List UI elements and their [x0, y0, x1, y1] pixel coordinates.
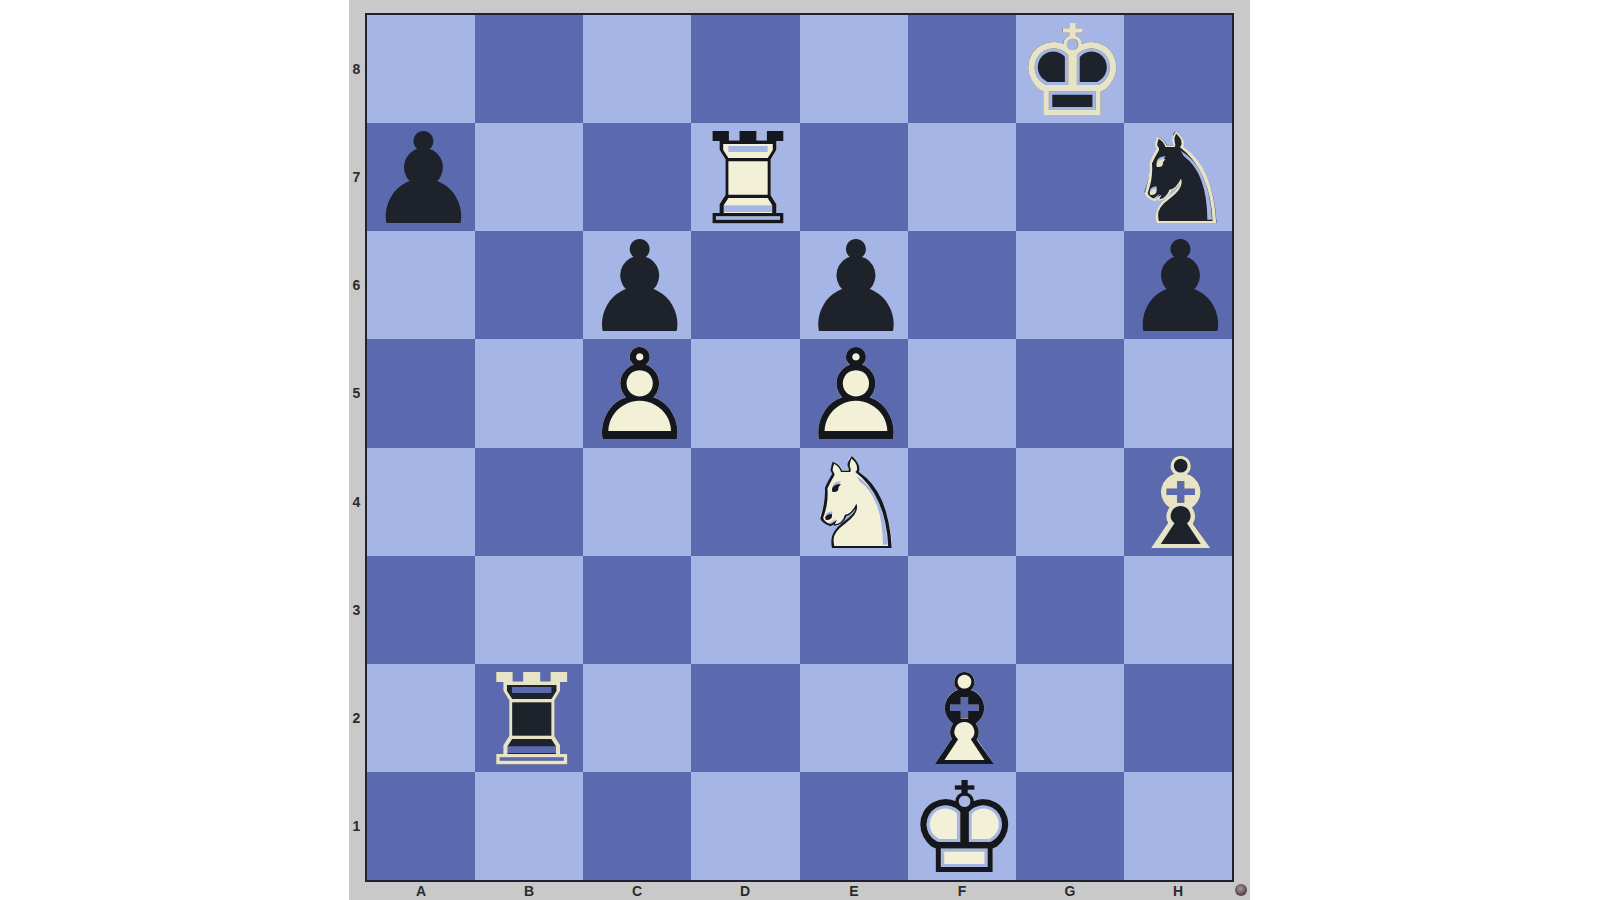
square-c3[interactable] [583, 556, 691, 664]
square-f4[interactable] [908, 448, 1016, 556]
square-g7[interactable] [1016, 123, 1124, 231]
white-king[interactable]: ♚♔ [908, 772, 1016, 880]
square-d3[interactable] [691, 556, 799, 664]
square-f6[interactable] [908, 231, 1016, 339]
square-b5[interactable] [475, 339, 583, 447]
black-pawn[interactable]: ♟ [367, 123, 475, 231]
square-h4[interactable]: ♝♗ [1124, 448, 1232, 556]
square-g1[interactable] [1016, 772, 1124, 880]
square-a5[interactable] [367, 339, 475, 447]
square-g3[interactable] [1016, 556, 1124, 664]
square-a2[interactable] [367, 664, 475, 772]
black-pawn-glyph: ♟ [367, 126, 475, 234]
square-e3[interactable] [800, 556, 908, 664]
square-g4[interactable] [1016, 448, 1124, 556]
square-a7[interactable]: ♟ [367, 123, 475, 231]
square-c5[interactable]: ♟♙ [583, 339, 691, 447]
white-pawn[interactable]: ♟♙ [583, 339, 691, 447]
rank-label-6: 6 [348, 277, 365, 293]
square-d6[interactable] [691, 231, 799, 339]
white-knight-outline: ♘ [800, 451, 908, 559]
rank-label-4: 4 [348, 494, 365, 510]
file-label-a: A [409, 883, 433, 899]
square-g8[interactable]: ♚♔ [1016, 15, 1124, 123]
black-rook[interactable]: ♜♖ [475, 664, 583, 772]
black-pawn-glyph: ♟ [1124, 234, 1232, 342]
square-g6[interactable] [1016, 231, 1124, 339]
square-g2[interactable] [1016, 664, 1124, 772]
file-label-d: D [733, 883, 757, 899]
square-g5[interactable] [1016, 339, 1124, 447]
white-rook[interactable]: ♜♖ [691, 123, 799, 231]
square-a4[interactable] [367, 448, 475, 556]
rank-label-2: 2 [348, 710, 365, 726]
rank-label-1: 1 [348, 818, 365, 834]
square-d7[interactable]: ♜♖ [691, 123, 799, 231]
square-h6[interactable]: ♟ [1124, 231, 1232, 339]
square-b8[interactable] [475, 15, 583, 123]
file-label-h: H [1166, 883, 1190, 899]
white-pawn-outline: ♙ [583, 342, 691, 450]
square-h1[interactable] [1124, 772, 1232, 880]
square-b2[interactable]: ♜♖ [475, 664, 583, 772]
square-e2[interactable] [800, 664, 908, 772]
black-bishop[interactable]: ♝♗ [1124, 448, 1232, 556]
rank-label-8: 8 [348, 61, 365, 77]
black-pawn[interactable]: ♟ [1124, 231, 1232, 339]
square-a6[interactable] [367, 231, 475, 339]
square-b1[interactable] [475, 772, 583, 880]
black-king-outline: ♔ [1016, 18, 1124, 126]
square-e8[interactable] [800, 15, 908, 123]
file-label-g: G [1058, 883, 1082, 899]
square-c1[interactable] [583, 772, 691, 880]
square-a1[interactable] [367, 772, 475, 880]
square-c4[interactable] [583, 448, 691, 556]
square-c8[interactable] [583, 15, 691, 123]
corner-dot-icon [1235, 884, 1247, 896]
rank-label-3: 3 [348, 602, 365, 618]
rank-label-7: 7 [348, 169, 365, 185]
white-knight[interactable]: ♞♘ [800, 448, 908, 556]
square-c2[interactable] [583, 664, 691, 772]
black-king[interactable]: ♚♔ [1016, 15, 1124, 123]
white-rook-outline: ♖ [691, 126, 799, 234]
square-b4[interactable] [475, 448, 583, 556]
square-h3[interactable] [1124, 556, 1232, 664]
square-f7[interactable] [908, 123, 1016, 231]
white-king-outline: ♔ [908, 775, 1016, 883]
black-bishop-outline: ♗ [1124, 451, 1232, 559]
file-label-c: C [625, 883, 649, 899]
square-e1[interactable] [800, 772, 908, 880]
square-f1[interactable]: ♚♔ [908, 772, 1016, 880]
square-d2[interactable] [691, 664, 799, 772]
chess-board: ♚♔♟♜♖♞♘♟♟♟♟♙♟♙♞♘♝♗♜♖♝♗♚♔ [365, 13, 1234, 882]
square-f8[interactable] [908, 15, 1016, 123]
rank-label-5: 5 [348, 385, 365, 401]
page-background: ♚♔♟♜♖♞♘♟♟♟♟♙♟♙♞♘♝♗♜♖♝♗♚♔ 87654321ABCDEFG… [0, 0, 1600, 900]
square-a3[interactable] [367, 556, 475, 664]
square-e4[interactable]: ♞♘ [800, 448, 908, 556]
square-d5[interactable] [691, 339, 799, 447]
square-d1[interactable] [691, 772, 799, 880]
file-label-e: E [842, 883, 866, 899]
file-label-b: B [517, 883, 541, 899]
square-f5[interactable] [908, 339, 1016, 447]
file-label-f: F [950, 883, 974, 899]
square-b7[interactable] [475, 123, 583, 231]
square-d4[interactable] [691, 448, 799, 556]
square-h2[interactable] [1124, 664, 1232, 772]
square-b6[interactable] [475, 231, 583, 339]
black-rook-outline: ♖ [475, 667, 583, 775]
